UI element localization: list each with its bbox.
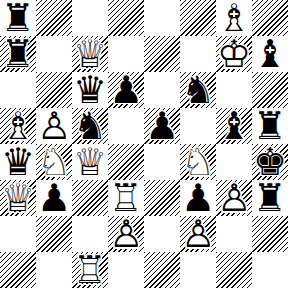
white-queen-piece-c7: ♛♕ (72, 36, 108, 72)
square-g1[interactable] (216, 252, 252, 288)
black-king-piece-h4: ♚ (252, 144, 288, 180)
square-d8[interactable] (108, 0, 144, 36)
square-a3[interactable]: ♛♕ (0, 180, 36, 216)
square-e5[interactable]: ♟ (144, 108, 180, 144)
black-rook-piece-h3: ♜ (252, 180, 288, 216)
square-e4[interactable] (144, 144, 180, 180)
white-rook-piece-c1: ♜♖ (72, 252, 108, 288)
black-rook-piece-a7: ♜ (0, 36, 36, 72)
square-e1[interactable] (144, 252, 180, 288)
square-f8[interactable] (180, 0, 216, 36)
square-c7[interactable]: ♛♕ (72, 36, 108, 72)
square-g3[interactable]: ♟♙ (216, 180, 252, 216)
white-queen-piece-c4: ♛♕ (72, 144, 108, 180)
square-g7[interactable]: ♚♔ (216, 36, 252, 72)
white-pawn-piece-b5: ♟♙ (36, 108, 72, 144)
square-c5[interactable]: ♞ (72, 108, 108, 144)
square-f2[interactable]: ♟♙ (180, 216, 216, 252)
square-g8[interactable]: ♝♗ (216, 0, 252, 36)
white-pawn-piece-d2: ♟♙ (108, 216, 144, 252)
square-f4[interactable]: ♞♘ (180, 144, 216, 180)
square-b1[interactable] (36, 252, 72, 288)
white-knight-piece-b4: ♞♘ (36, 144, 72, 180)
square-g2[interactable] (216, 216, 252, 252)
square-b4[interactable]: ♞♘ (36, 144, 72, 180)
white-pawn-piece-g3: ♟♙ (216, 180, 252, 216)
square-a8[interactable]: ♜ (0, 0, 36, 36)
square-d5[interactable] (108, 108, 144, 144)
square-b3[interactable]: ♟ (36, 180, 72, 216)
black-queen-piece-a4: ♛ (0, 144, 36, 180)
white-king-piece-g7: ♚♔ (216, 36, 252, 72)
square-b2[interactable] (36, 216, 72, 252)
black-pawn-piece-f3: ♟ (180, 180, 216, 216)
square-b7[interactable] (36, 36, 72, 72)
white-rook-piece-d3: ♜♖ (108, 180, 144, 216)
square-c3[interactable] (72, 180, 108, 216)
square-h1[interactable] (252, 252, 288, 288)
white-bishop-piece-a5: ♝♗ (0, 108, 36, 144)
square-h7[interactable]: ♝ (252, 36, 288, 72)
square-d4[interactable] (108, 144, 144, 180)
black-pawn-piece-d6: ♟ (108, 72, 144, 108)
white-knight-piece-f4: ♞♘ (180, 144, 216, 180)
square-a4[interactable]: ♛ (0, 144, 36, 180)
square-f7[interactable] (180, 36, 216, 72)
square-d1[interactable] (108, 252, 144, 288)
square-g5[interactable]: ♝ (216, 108, 252, 144)
square-c6[interactable]: ♛ (72, 72, 108, 108)
square-b5[interactable]: ♟♙ (36, 108, 72, 144)
square-b8[interactable] (36, 0, 72, 36)
square-f6[interactable]: ♞ (180, 72, 216, 108)
square-g4[interactable] (216, 144, 252, 180)
black-pawn-piece-e5: ♟ (144, 108, 180, 144)
square-h8[interactable] (252, 0, 288, 36)
black-rook-piece-h5: ♜ (252, 108, 288, 144)
square-f5[interactable] (180, 108, 216, 144)
square-e7[interactable] (144, 36, 180, 72)
square-a2[interactable] (0, 216, 36, 252)
black-bishop-piece-g5: ♝ (216, 108, 252, 144)
black-pawn-piece-b3: ♟ (36, 180, 72, 216)
chess-board: ♜♝♗♜♛♕♚♔♝♛♟♞♝♗♟♙♞♟♝♜♛♞♘♛♕♞♘♚♛♕♟♜♖♟♟♙♜♟♙♟… (0, 0, 288, 288)
square-h4[interactable]: ♚ (252, 144, 288, 180)
square-e2[interactable] (144, 216, 180, 252)
square-f3[interactable]: ♟ (180, 180, 216, 216)
square-d7[interactable] (108, 36, 144, 72)
square-d3[interactable]: ♜♖ (108, 180, 144, 216)
square-a1[interactable] (0, 252, 36, 288)
white-queen-piece-a3: ♛♕ (0, 180, 36, 216)
black-bishop-piece-h7: ♝ (252, 36, 288, 72)
square-b6[interactable] (36, 72, 72, 108)
black-knight-piece-c5: ♞ (72, 108, 108, 144)
square-c1[interactable]: ♜♖ (72, 252, 108, 288)
black-rook-piece-a8: ♜ (0, 0, 36, 36)
black-knight-piece-f6: ♞ (180, 72, 216, 108)
square-e6[interactable] (144, 72, 180, 108)
square-c4[interactable]: ♛♕ (72, 144, 108, 180)
square-g6[interactable] (216, 72, 252, 108)
white-bishop-piece-g8: ♝♗ (216, 0, 252, 36)
square-e8[interactable] (144, 0, 180, 36)
square-h2[interactable] (252, 216, 288, 252)
square-h5[interactable]: ♜ (252, 108, 288, 144)
square-c8[interactable] (72, 0, 108, 36)
square-h3[interactable]: ♜ (252, 180, 288, 216)
square-a6[interactable] (0, 72, 36, 108)
white-pawn-piece-f2: ♟♙ (180, 216, 216, 252)
square-a5[interactable]: ♝♗ (0, 108, 36, 144)
black-queen-piece-c6: ♛ (72, 72, 108, 108)
square-f1[interactable] (180, 252, 216, 288)
square-e3[interactable] (144, 180, 180, 216)
square-d6[interactable]: ♟ (108, 72, 144, 108)
square-a7[interactable]: ♜ (0, 36, 36, 72)
square-h6[interactable] (252, 72, 288, 108)
square-c2[interactable] (72, 216, 108, 252)
square-d2[interactable]: ♟♙ (108, 216, 144, 252)
